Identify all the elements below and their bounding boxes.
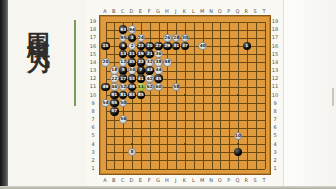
coord-label-row-right: 13 — [272, 68, 278, 73]
coord-label-row-right: 8 — [273, 108, 276, 113]
stone-B8: 57 — [110, 107, 118, 115]
coord-label-col-bottom: N — [209, 177, 213, 182]
grid-line-v — [256, 22, 257, 169]
coord-label-col-top: G — [156, 8, 160, 13]
star-point — [237, 94, 239, 96]
coord-label-row-right: 14 — [272, 59, 278, 64]
grid-line-h — [106, 120, 265, 121]
coord-label-row-right: 17 — [272, 35, 278, 40]
stone-E17: 24 — [137, 34, 145, 42]
stone-D13: 34 — [128, 66, 136, 74]
stone-B12: 22 — [110, 74, 118, 82]
coord-label-col-bottom: E — [139, 177, 142, 182]
coord-label-col-bottom: H — [165, 177, 169, 182]
coord-label-row-right: 9 — [273, 100, 276, 105]
coord-label-col-bottom: F — [148, 177, 151, 182]
stone-Q3 — [234, 148, 242, 156]
coord-label-row-left: 16 — [90, 43, 96, 48]
stone-G16: 27 — [154, 42, 162, 50]
stone-D3: 8 — [128, 148, 136, 156]
stone-F12: 42 — [145, 74, 153, 82]
grid-line-h — [106, 103, 265, 104]
coord-label-col-bottom: K — [183, 177, 186, 182]
stone-D17: 3 — [128, 34, 136, 42]
stone-J17: 28 — [172, 34, 180, 42]
stone-G15: 36 — [154, 50, 162, 58]
coord-label-row-left: 6 — [91, 125, 94, 130]
coord-label-row-left: 19 — [90, 19, 96, 24]
stone-A14: 20 — [101, 58, 109, 66]
grid-line-v — [212, 22, 213, 169]
coord-label-row-left: 2 — [91, 157, 94, 162]
coord-label-col-top: D — [130, 8, 134, 13]
coord-label-col-bottom: R — [245, 177, 248, 182]
coord-label-row-left: 17 — [90, 35, 96, 40]
coord-label-col-bottom: S — [254, 177, 257, 182]
coord-label-col-top: C — [121, 8, 125, 13]
stone-B9: 55 — [110, 99, 118, 107]
stone-C14: 12 — [119, 58, 127, 66]
coord-label-col-bottom: Q — [236, 177, 240, 182]
coord-label-row-left: 8 — [91, 108, 94, 113]
stone-D12: 53 — [128, 74, 136, 82]
stone-D10: 83 — [128, 91, 136, 99]
stone-E10: 85 — [137, 91, 145, 99]
star-point — [131, 143, 133, 145]
coord-label-col-bottom: T — [262, 177, 265, 182]
stone-C17: 95 — [119, 34, 127, 42]
coord-label-row-right: 19 — [272, 19, 278, 24]
coord-label-col-bottom: J — [175, 177, 176, 182]
coord-label-col-top: P — [227, 8, 230, 13]
stone-E12: 41 — [137, 74, 145, 82]
stone-E15: 19 — [137, 50, 145, 58]
stone-C15: 13 — [119, 50, 127, 58]
star-point — [184, 143, 186, 145]
scrollbar-mark — [332, 88, 334, 106]
stone-B13: 18 — [110, 66, 118, 74]
stone-F13: 43 — [145, 66, 153, 74]
star-point — [237, 45, 239, 47]
stone-G13: 44 — [154, 66, 162, 74]
coord-label-col-bottom: A — [103, 177, 106, 182]
stone-H14: 48 — [163, 58, 171, 66]
stone-C18: 93 — [119, 25, 127, 33]
coord-label-col-top: M — [200, 8, 204, 13]
coord-label-row-left: 9 — [91, 100, 94, 105]
stone-C12: 17 — [119, 74, 127, 82]
coord-label-col-top: S — [254, 8, 257, 13]
coord-label-row-right: 11 — [272, 84, 278, 89]
stone-C7: 56 — [119, 115, 127, 123]
coord-label-col-bottom: G — [156, 177, 160, 182]
grid-line-h — [106, 128, 265, 129]
coord-label-row-left: 11 — [90, 84, 96, 89]
title-accent-line — [74, 20, 76, 106]
coord-label-row-left: 10 — [90, 92, 96, 97]
go-board: 1235789101112131517181920212223242526272… — [99, 15, 271, 175]
coord-label-col-top: B — [112, 8, 115, 13]
stone-F14: 32 — [145, 58, 153, 66]
grid-line-v — [194, 22, 195, 169]
coord-label-col-top: J — [175, 8, 176, 13]
stone-C9: 50 — [119, 99, 127, 107]
coord-label-row-left: 5 — [91, 133, 94, 138]
coord-label-col-bottom: B — [112, 177, 115, 182]
stone-E11: 51 — [137, 83, 145, 91]
coord-label-col-top: L — [192, 8, 195, 13]
coord-label-col-top: K — [183, 8, 186, 13]
grid-line-v — [229, 22, 230, 169]
stone-K17: 30 — [181, 34, 189, 42]
coord-label-row-right: 1 — [273, 166, 276, 171]
stone-H17: 26 — [163, 34, 171, 42]
coord-label-col-top: N — [209, 8, 213, 13]
coord-label-col-top: A — [103, 8, 106, 13]
stone-J16: 31 — [172, 42, 180, 50]
stone-F15: 21 — [145, 50, 153, 58]
stone-A9: 54 — [101, 99, 109, 107]
stone-F11: 62 — [145, 83, 153, 91]
coord-label-row-right: 16 — [272, 43, 278, 48]
coord-label-row-left: 18 — [90, 27, 96, 32]
coord-label-col-top: T — [262, 8, 265, 13]
stone-C16: 9 — [119, 42, 127, 50]
grid-line-v — [220, 22, 221, 169]
coord-label-row-left: 7 — [91, 117, 94, 122]
stone-E13: 7 — [137, 66, 145, 74]
coord-label-col-top: H — [165, 8, 169, 13]
stone-C11: 52 — [119, 83, 127, 91]
coord-label-row-right: 7 — [273, 117, 276, 122]
coord-label-col-bottom: M — [200, 177, 204, 182]
coord-label-col-top: E — [139, 8, 142, 13]
screen-left-edge — [0, 0, 8, 189]
stone-D16: 2 — [128, 42, 136, 50]
grid-line-v — [265, 22, 266, 169]
coord-label-row-left: 1 — [91, 166, 94, 171]
stone-D11: 39 — [128, 83, 136, 91]
grid-line-h — [106, 111, 265, 112]
stone-B11: 46 — [110, 83, 118, 91]
coord-label-col-top: R — [245, 8, 248, 13]
stone-D15: 11 — [128, 50, 136, 58]
right-blank-panel — [283, 0, 336, 189]
stone-E14: 33 — [137, 58, 145, 66]
grid-line-h — [106, 169, 265, 170]
coord-label-row-right: 6 — [273, 125, 276, 130]
stone-K16: 37 — [181, 42, 189, 50]
coord-label-col-bottom: D — [130, 177, 134, 182]
stone-E16: 23 — [137, 42, 145, 50]
stone-D18: 94 — [128, 25, 136, 33]
coord-label-row-left: 13 — [90, 68, 96, 73]
go-board-area: 1235789101112131517181920212223242526272… — [86, 0, 283, 189]
coord-label-row-right: 12 — [272, 76, 278, 81]
coord-label-row-left: 15 — [90, 51, 96, 56]
coord-label-col-top: F — [148, 8, 151, 13]
coord-label-col-bottom: P — [227, 177, 230, 182]
stone-G11: 60 — [154, 83, 162, 91]
coord-label-row-left: 12 — [90, 76, 96, 81]
stone-J11: 58 — [172, 83, 180, 91]
stone-D14: 35 — [128, 58, 136, 66]
coord-label-row-right: 2 — [273, 157, 276, 162]
coord-label-col-bottom: O — [218, 177, 222, 182]
stone-C10: 81 — [119, 91, 127, 99]
coord-label-row-left: 4 — [91, 141, 94, 146]
video-title-vertical: 围棋飞刀 — [24, 14, 55, 164]
stone-F16: 25 — [145, 42, 153, 50]
stone-G12: 45 — [154, 74, 162, 82]
coord-label-col-bottom: L — [192, 177, 195, 182]
coord-label-row-right: 4 — [273, 141, 276, 146]
screen-bottom-edge — [0, 186, 336, 189]
stone-A11: 49 — [101, 83, 109, 91]
stone-C13: 5 — [119, 66, 127, 74]
stone-Q5: 10 — [234, 132, 242, 140]
stone-A16: 15 — [101, 42, 109, 50]
coord-label-col-bottom: C — [121, 177, 125, 182]
coord-label-row-left: 14 — [90, 59, 96, 64]
coord-label-row-right: 18 — [272, 27, 278, 32]
coord-label-row-right: 5 — [273, 133, 276, 138]
coord-label-row-right: 15 — [272, 51, 278, 56]
coord-label-row-left: 3 — [91, 149, 94, 154]
stone-B10: 91 — [110, 91, 118, 99]
coord-label-row-right: 3 — [273, 149, 276, 154]
coord-label-row-right: 10 — [272, 92, 278, 97]
grid-line-h — [106, 160, 265, 161]
stone-H16: 29 — [163, 42, 171, 50]
coord-label-col-top: Q — [236, 8, 240, 13]
star-point — [237, 143, 239, 145]
star-point — [184, 94, 186, 96]
coord-label-col-top: O — [218, 8, 222, 13]
stone-G14: 38 — [154, 58, 162, 66]
stone-M16: 40 — [198, 42, 206, 50]
stone-R16: 1 — [243, 42, 251, 50]
